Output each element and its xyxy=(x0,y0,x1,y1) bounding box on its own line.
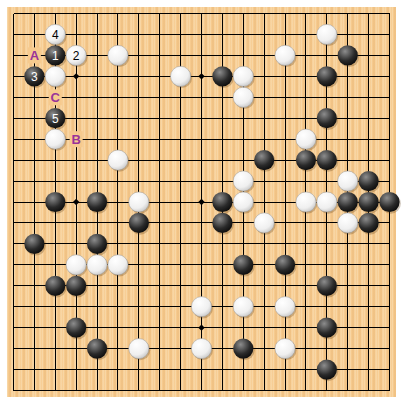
white-stone[interactable] xyxy=(275,297,295,317)
white-stone[interactable] xyxy=(233,87,253,107)
move-number-label: 5 xyxy=(52,112,59,126)
go-diagram-page: 12345ABC xyxy=(0,0,403,404)
move-number-label: 1 xyxy=(52,49,59,63)
black-stone[interactable] xyxy=(45,276,65,296)
black-stone[interactable] xyxy=(317,276,337,296)
black-stone[interactable] xyxy=(87,339,107,359)
black-stone[interactable] xyxy=(233,339,253,359)
white-stone[interactable] xyxy=(108,255,128,275)
white-stone[interactable] xyxy=(275,339,295,359)
star-point xyxy=(73,73,79,79)
white-stone[interactable] xyxy=(296,129,316,149)
star-point xyxy=(198,73,204,79)
white-stone[interactable] xyxy=(171,66,191,86)
move-number-label: 3 xyxy=(31,70,38,84)
black-stone[interactable] xyxy=(66,276,86,296)
white-stone[interactable] xyxy=(317,192,337,212)
white-stone[interactable] xyxy=(129,192,149,212)
star-point xyxy=(198,324,204,330)
black-stone[interactable] xyxy=(87,234,107,254)
letter-label: A xyxy=(30,48,40,63)
black-stone[interactable] xyxy=(45,192,65,212)
white-stone[interactable] xyxy=(233,192,253,212)
white-stone[interactable] xyxy=(338,171,358,191)
white-stone[interactable] xyxy=(108,45,128,65)
white-stone[interactable] xyxy=(254,213,274,233)
black-stone[interactable] xyxy=(317,108,337,128)
star-point xyxy=(73,199,79,205)
white-stone[interactable] xyxy=(45,66,65,86)
black-stone[interactable] xyxy=(317,318,337,338)
go-board[interactable]: 12345ABC xyxy=(7,7,396,397)
white-stone[interactable] xyxy=(108,150,128,170)
black-stone[interactable] xyxy=(317,150,337,170)
black-stone[interactable] xyxy=(359,171,379,191)
white-stone[interactable] xyxy=(296,192,316,212)
black-stone[interactable] xyxy=(379,192,399,212)
black-stone[interactable] xyxy=(338,45,358,65)
white-stone[interactable] xyxy=(191,339,211,359)
black-stone[interactable] xyxy=(275,255,295,275)
letter-label: B xyxy=(71,132,80,147)
white-stone[interactable] xyxy=(191,297,211,317)
white-stone[interactable] xyxy=(338,213,358,233)
black-stone[interactable] xyxy=(87,192,107,212)
white-stone[interactable] xyxy=(45,129,65,149)
black-stone[interactable] xyxy=(338,192,358,212)
star-point xyxy=(198,199,204,205)
black-stone[interactable] xyxy=(212,213,232,233)
move-number-label: 2 xyxy=(73,49,80,63)
white-stone[interactable] xyxy=(233,66,253,86)
white-stone[interactable] xyxy=(317,24,337,44)
white-stone[interactable] xyxy=(129,339,149,359)
black-stone[interactable] xyxy=(24,234,44,254)
black-stone[interactable] xyxy=(296,150,316,170)
white-stone[interactable] xyxy=(275,45,295,65)
white-stone[interactable] xyxy=(66,255,86,275)
go-board-svg[interactable]: 12345ABC xyxy=(7,7,396,397)
black-stone[interactable] xyxy=(233,255,253,275)
black-stone[interactable] xyxy=(254,150,274,170)
black-stone[interactable] xyxy=(129,213,149,233)
black-stone[interactable] xyxy=(359,213,379,233)
move-number-label: 4 xyxy=(52,28,59,42)
white-stone[interactable] xyxy=(87,255,107,275)
letter-label: C xyxy=(51,90,61,105)
black-stone[interactable] xyxy=(359,192,379,212)
white-stone[interactable] xyxy=(233,297,253,317)
black-stone[interactable] xyxy=(317,359,337,379)
black-stone[interactable] xyxy=(66,318,86,338)
white-stone[interactable] xyxy=(233,171,253,191)
black-stone[interactable] xyxy=(317,66,337,86)
black-stone[interactable] xyxy=(212,66,232,86)
black-stone[interactable] xyxy=(212,192,232,212)
